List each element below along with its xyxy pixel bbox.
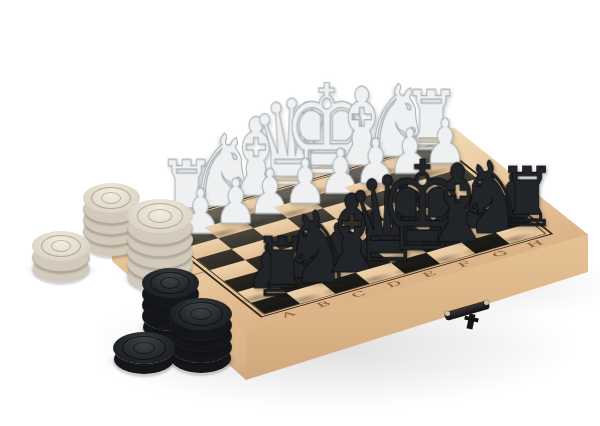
latch <box>442 298 496 336</box>
piece-black-rook-h8: ♜ <box>467 69 587 239</box>
checker-white-disc <box>32 231 90 261</box>
checker-white-disc-ring <box>51 240 72 252</box>
checker-black-disc <box>142 268 199 298</box>
latch-pin-left <box>445 311 450 316</box>
checker-white-disc <box>127 199 193 233</box>
checker-black-disc-ring <box>160 277 181 289</box>
latch-hook <box>467 314 476 330</box>
latch-pin-right <box>484 300 489 305</box>
checker-white-disc-ring <box>101 192 122 204</box>
checker-black-disc-ring <box>133 342 155 355</box>
checker-black-disc <box>170 298 232 330</box>
checker-black-disc <box>113 332 175 364</box>
checker-black-disc-ring <box>190 308 212 321</box>
chess-set-photo: ♜♞♝♛♚♝♞♜♟♟♟♟♟♟♟♟♟♟♟♟♟♟♟♟♜♞♝♛♚♝♞♜ ABCDEFG… <box>0 0 600 426</box>
square-h8: ♜ <box>496 223 545 244</box>
checker-white-disc-ring <box>148 209 172 223</box>
